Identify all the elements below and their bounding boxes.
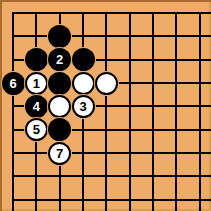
move-number: 6 xyxy=(9,77,16,90)
stone-black xyxy=(25,48,48,71)
stone-black-move-4: 4 xyxy=(25,95,48,118)
move-number: 4 xyxy=(33,100,40,113)
stone-white xyxy=(95,72,118,95)
grid-line-horizontal xyxy=(12,152,211,154)
stone-black-move-2: 2 xyxy=(48,48,71,71)
stone-black xyxy=(48,72,71,95)
stone-white xyxy=(72,72,95,95)
move-number: 2 xyxy=(56,53,63,66)
stone-white-move-5: 5 xyxy=(25,118,48,141)
stone-white-move-7: 7 xyxy=(48,142,71,165)
grid-line-vertical xyxy=(175,12,177,211)
grid-line-vertical xyxy=(129,12,131,211)
stone-black xyxy=(48,25,71,48)
move-number: 3 xyxy=(79,100,86,113)
stone-white-move-1: 1 xyxy=(25,72,48,95)
stone-white xyxy=(48,95,71,118)
grid-line-vertical xyxy=(199,12,201,211)
grid-line-horizontal xyxy=(12,35,211,37)
stone-black-move-6: 6 xyxy=(2,72,25,95)
move-number: 5 xyxy=(33,123,40,136)
grid-line-vertical xyxy=(152,12,154,211)
grid-line-horizontal xyxy=(12,199,211,201)
move-number: 1 xyxy=(33,77,40,90)
grid-line-vertical xyxy=(105,12,107,211)
move-number: 7 xyxy=(56,147,63,160)
stone-white-move-3: 3 xyxy=(72,95,95,118)
grid-line-horizontal xyxy=(12,12,211,14)
stone-black xyxy=(72,48,95,71)
go-board-diagram: 2614357 xyxy=(0,0,211,211)
stone-black xyxy=(48,118,71,141)
grid-line-horizontal xyxy=(12,175,211,177)
grid-line-vertical xyxy=(12,12,14,211)
